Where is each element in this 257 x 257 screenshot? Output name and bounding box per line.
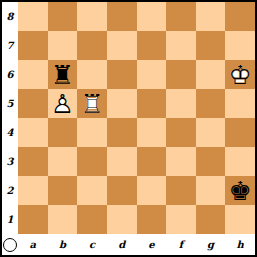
square-c4[interactable] bbox=[77, 118, 107, 147]
file-label-c: c bbox=[77, 234, 107, 255]
square-d4[interactable] bbox=[107, 118, 137, 147]
white-pawn-fill: ♟ bbox=[48, 89, 78, 118]
square-e2[interactable] bbox=[137, 176, 167, 205]
square-d1[interactable] bbox=[107, 205, 137, 234]
square-f8[interactable] bbox=[166, 2, 196, 31]
square-d8[interactable] bbox=[107, 2, 137, 31]
square-e8[interactable] bbox=[137, 2, 167, 31]
white-rook-icon: ♖ bbox=[77, 89, 107, 118]
square-h7[interactable] bbox=[225, 31, 255, 60]
square-g5[interactable] bbox=[196, 89, 226, 118]
square-d3[interactable] bbox=[107, 147, 137, 176]
square-h3[interactable] bbox=[225, 147, 255, 176]
square-b1[interactable] bbox=[48, 205, 78, 234]
square-e5[interactable] bbox=[137, 89, 167, 118]
square-c8[interactable] bbox=[77, 2, 107, 31]
black-king-icon: ♚ bbox=[225, 176, 255, 205]
square-g4[interactable] bbox=[196, 118, 226, 147]
file-labels: abcdefgh bbox=[18, 234, 255, 255]
square-c1[interactable] bbox=[77, 205, 107, 234]
square-d2[interactable] bbox=[107, 176, 137, 205]
square-b6[interactable]: ♜ bbox=[48, 60, 78, 89]
square-b4[interactable] bbox=[48, 118, 78, 147]
square-c7[interactable] bbox=[77, 31, 107, 60]
square-e6[interactable] bbox=[137, 60, 167, 89]
square-c2[interactable] bbox=[77, 176, 107, 205]
rank-label-5: 5 bbox=[2, 89, 18, 118]
square-c3[interactable] bbox=[77, 147, 107, 176]
file-label-f: f bbox=[166, 234, 196, 255]
square-a4[interactable] bbox=[18, 118, 48, 147]
file-label-h: h bbox=[225, 234, 255, 255]
rank-label-8: 8 bbox=[2, 2, 18, 31]
white-king-icon: ♔ bbox=[225, 60, 255, 89]
square-f2[interactable] bbox=[166, 176, 196, 205]
rank-label-7: 7 bbox=[2, 31, 18, 60]
square-b3[interactable] bbox=[48, 147, 78, 176]
white-king-fill: ♚ bbox=[225, 60, 255, 89]
square-f5[interactable] bbox=[166, 89, 196, 118]
file-label-g: g bbox=[196, 234, 226, 255]
rank-label-2: 2 bbox=[2, 176, 18, 205]
square-b2[interactable] bbox=[48, 176, 78, 205]
file-label-a: a bbox=[18, 234, 48, 255]
square-f1[interactable] bbox=[166, 205, 196, 234]
file-label-d: d bbox=[107, 234, 137, 255]
square-b8[interactable] bbox=[48, 2, 78, 31]
white-pawn-icon: ♙ bbox=[48, 89, 78, 118]
square-h8[interactable] bbox=[225, 2, 255, 31]
square-c6[interactable] bbox=[77, 60, 107, 89]
square-e3[interactable] bbox=[137, 147, 167, 176]
square-e1[interactable] bbox=[137, 205, 167, 234]
square-b5[interactable]: ♟♙ bbox=[48, 89, 78, 118]
corner-cell bbox=[2, 234, 18, 255]
square-h4[interactable] bbox=[225, 118, 255, 147]
square-a5[interactable] bbox=[18, 89, 48, 118]
square-h2[interactable]: ♚ bbox=[225, 176, 255, 205]
rank-label-1: 1 bbox=[2, 205, 18, 234]
square-a8[interactable] bbox=[18, 2, 48, 31]
square-g1[interactable] bbox=[196, 205, 226, 234]
square-a6[interactable] bbox=[18, 60, 48, 89]
square-f4[interactable] bbox=[166, 118, 196, 147]
square-c5[interactable]: ♜♖ bbox=[77, 89, 107, 118]
square-e7[interactable] bbox=[137, 31, 167, 60]
square-a3[interactable] bbox=[18, 147, 48, 176]
square-a1[interactable] bbox=[18, 205, 48, 234]
square-f3[interactable] bbox=[166, 147, 196, 176]
square-h5[interactable] bbox=[225, 89, 255, 118]
square-g3[interactable] bbox=[196, 147, 226, 176]
square-d6[interactable] bbox=[107, 60, 137, 89]
square-g2[interactable] bbox=[196, 176, 226, 205]
square-h1[interactable] bbox=[225, 205, 255, 234]
square-a7[interactable] bbox=[18, 31, 48, 60]
rank-label-3: 3 bbox=[2, 147, 18, 176]
square-d5[interactable] bbox=[107, 89, 137, 118]
square-g7[interactable] bbox=[196, 31, 226, 60]
chess-board: ♜♚♔♟♙♜♖♚ bbox=[18, 2, 255, 234]
square-f6[interactable] bbox=[166, 60, 196, 89]
white-rook-fill: ♜ bbox=[77, 89, 107, 118]
square-e4[interactable] bbox=[137, 118, 167, 147]
square-a2[interactable] bbox=[18, 176, 48, 205]
file-label-e: e bbox=[137, 234, 167, 255]
black-rook-icon: ♜ bbox=[48, 60, 78, 89]
file-label-b: b bbox=[48, 234, 78, 255]
square-h6[interactable]: ♚♔ bbox=[225, 60, 255, 89]
rank-label-6: 6 bbox=[2, 60, 18, 89]
square-g6[interactable] bbox=[196, 60, 226, 89]
square-g8[interactable] bbox=[196, 2, 226, 31]
white-to-move-indicator-icon bbox=[3, 238, 17, 252]
square-b7[interactable] bbox=[48, 31, 78, 60]
square-d7[interactable] bbox=[107, 31, 137, 60]
chess-diagram: 87654321 ♜♚♔♟♙♜♖♚ abcdefgh bbox=[0, 0, 257, 257]
rank-label-4: 4 bbox=[2, 118, 18, 147]
rank-labels: 87654321 bbox=[2, 2, 18, 234]
square-f7[interactable] bbox=[166, 31, 196, 60]
